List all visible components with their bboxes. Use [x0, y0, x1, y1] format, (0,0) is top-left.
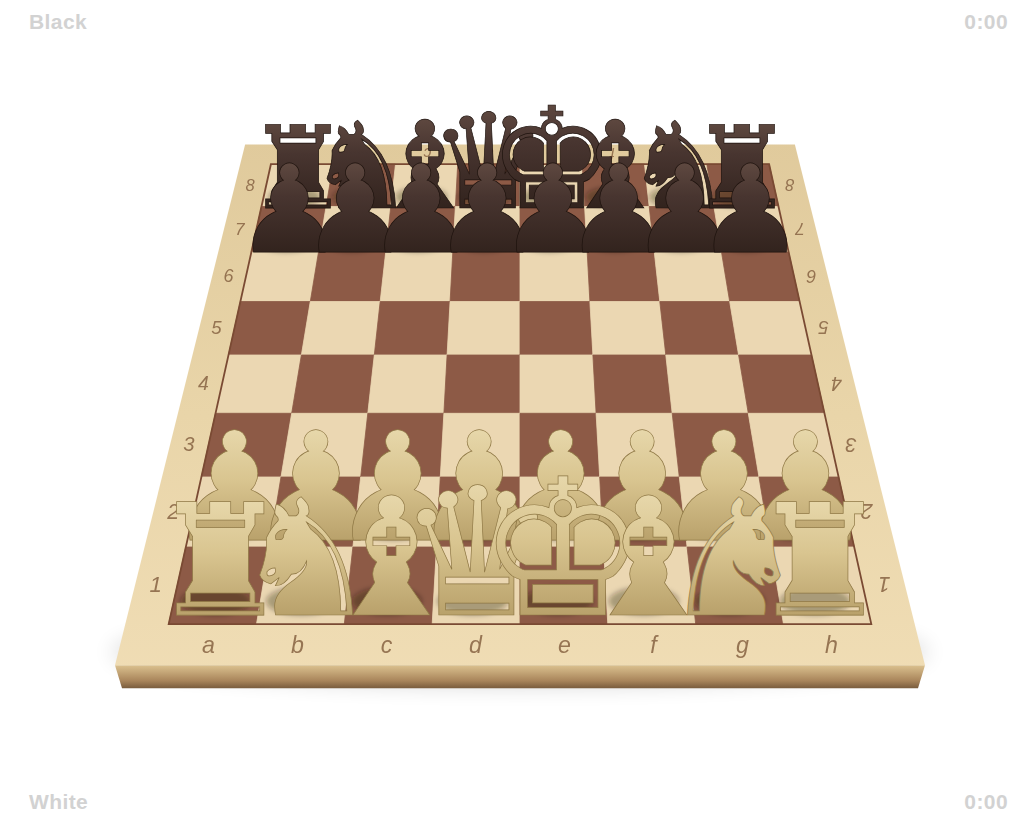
rank-label-right-4: 4: [831, 373, 842, 395]
square-f5[interactable]: [590, 302, 666, 356]
square-a5[interactable]: [229, 302, 311, 356]
square-e5[interactable]: [520, 302, 593, 356]
board-scene: 88aa77bb66cc55dd44ee33ff22gg11hh♜♞♝♛♚♝♞♜…: [0, 0, 1036, 824]
piece-white-rook-h1[interactable]: ♜: [750, 471, 889, 652]
square-c5[interactable]: [374, 302, 450, 356]
board-front-edge: [115, 665, 925, 688]
rank-label-right-5: 5: [818, 317, 829, 338]
rank-label-left-6: 6: [224, 266, 234, 286]
square-g5[interactable]: [660, 302, 739, 356]
square-h5[interactable]: [730, 302, 812, 356]
rank-label-right-6: 6: [806, 266, 816, 286]
square-b5[interactable]: [301, 302, 380, 356]
piece-black-pawn-h7[interactable]: ♟: [696, 139, 805, 281]
rank-label-left-4: 4: [198, 372, 209, 394]
square-d5[interactable]: [447, 302, 520, 356]
rank-label-left-5: 5: [211, 317, 222, 338]
